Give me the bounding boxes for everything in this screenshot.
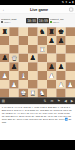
- black-rook-piece: ♜: [49, 28, 55, 35]
- black-pawn-piece: ♟: [58, 63, 64, 70]
- board-square[interactable]: [56, 71, 65, 80]
- move-token[interactable]: Bxe7: [43, 118, 48, 121]
- board-square[interactable]: ♟: [56, 62, 65, 71]
- board-square[interactable]: [66, 45, 75, 54]
- white-rook-piece: ♜: [39, 46, 45, 53]
- board-square[interactable]: ♜: [0, 27, 9, 36]
- board-square[interactable]: [56, 54, 65, 63]
- player-right-rating: (2397): [53, 21, 60, 23]
- app-screen: ⇅▼▲▮ ← Live game Muscovit_Nast (2134) 10…: [0, 0, 75, 150]
- board-square[interactable]: ♟: [56, 36, 65, 45]
- board-square[interactable]: [47, 80, 56, 89]
- board-square[interactable]: [28, 36, 37, 45]
- bottom-nav-bar: [0, 140, 75, 150]
- black-knight-piece: ♞: [39, 28, 45, 35]
- board-square[interactable]: [37, 71, 46, 80]
- board-square[interactable]: ♟: [0, 54, 9, 63]
- board-square[interactable]: [0, 89, 9, 98]
- board-square[interactable]: [28, 62, 37, 71]
- move-token[interactable]: Rxe6: [17, 118, 22, 121]
- board-square[interactable]: [0, 80, 9, 89]
- move-token[interactable]: Rxe7: [59, 118, 64, 121]
- move-token[interactable]: Re8: [29, 118, 33, 121]
- board-square[interactable]: [66, 27, 75, 36]
- menu-icon[interactable]: ▤: [2, 99, 5, 102]
- board-square[interactable]: ♟: [47, 71, 56, 80]
- clock-right: 10:59: [38, 18, 49, 23]
- player-left-name: Muscovit_Nast: [1, 18, 25, 20]
- signal-icon: ▲: [69, 1, 72, 4]
- white-queen-piece: ♛: [11, 55, 17, 62]
- board-square[interactable]: ♞: [37, 89, 46, 98]
- clock-left: 10:55: [26, 18, 37, 23]
- black-pawn-piece: ♟: [49, 37, 55, 44]
- player-bar: Muscovit_Nast (2134) 10:55 10:59 eldarov…: [0, 14, 75, 27]
- board-square[interactable]: [9, 27, 18, 36]
- board-square[interactable]: ♟: [28, 54, 37, 63]
- black-pawn-piece: ♟: [2, 55, 8, 62]
- board-square[interactable]: ♟: [66, 80, 75, 89]
- move-token[interactable]: 27.: [55, 118, 58, 121]
- white-pawn-piece: ♟: [67, 81, 73, 88]
- current-move-token[interactable]: f5: [65, 118, 68, 121]
- flip-board-icon[interactable]: ⇅: [44, 99, 47, 102]
- move-token[interactable]: 26.: [39, 118, 42, 121]
- white-pawn-piece: ♟: [11, 81, 17, 88]
- move-token[interactable]: 24.: [13, 118, 16, 121]
- board-square[interactable]: ♚: [56, 27, 65, 36]
- board-square[interactable]: [9, 45, 18, 54]
- board-square[interactable]: [0, 45, 9, 54]
- white-pawn-piece: ♟: [49, 72, 55, 79]
- board-square[interactable]: [9, 36, 18, 45]
- board-square[interactable]: ♚: [19, 89, 28, 98]
- board-square[interactable]: [66, 89, 75, 98]
- board-square[interactable]: ♟: [56, 80, 65, 89]
- board-square[interactable]: [28, 45, 37, 54]
- back-button[interactable]: ←: [2, 7, 9, 12]
- board-square[interactable]: ♞: [37, 27, 46, 36]
- battery-icon: ▮: [72, 1, 73, 4]
- board-square[interactable]: ♛: [9, 54, 18, 63]
- board-square[interactable]: [19, 45, 28, 54]
- back-move-icon[interactable]: ◀: [64, 99, 67, 102]
- move-token[interactable]: 25.: [25, 118, 28, 121]
- move-token[interactable]: Qb5: [2, 121, 6, 124]
- board-square[interactable]: [66, 54, 75, 63]
- white-bishop-piece: ♝: [20, 72, 26, 79]
- analysis-board-icon[interactable]: [69, 7, 73, 11]
- move-token[interactable]: 28.: [68, 118, 71, 121]
- move-token[interactable]: Ne7: [34, 118, 38, 121]
- board-square[interactable]: [66, 36, 75, 45]
- board-square[interactable]: [47, 89, 56, 98]
- board-square[interactable]: ♝: [19, 71, 28, 80]
- wifi-icon: ▼: [65, 1, 68, 4]
- board-square[interactable]: [28, 27, 37, 36]
- black-pawn-piece: ♟: [30, 55, 36, 62]
- board-square[interactable]: [37, 62, 46, 71]
- forward-move-icon[interactable]: ▶: [71, 99, 74, 102]
- board-square[interactable]: [19, 62, 28, 71]
- board-square[interactable]: ♟: [9, 80, 18, 89]
- board-square[interactable]: [0, 36, 9, 45]
- board-square[interactable]: [19, 27, 28, 36]
- black-king-piece: ♚: [58, 28, 64, 35]
- board-square[interactable]: [28, 71, 37, 80]
- black-pawn-piece: ♟: [49, 63, 55, 70]
- flag-icon[interactable]: ⚑: [57, 99, 60, 102]
- board-square[interactable]: ♟: [0, 71, 9, 80]
- player-right[interactable]: eldarovit_Jha (2397): [50, 18, 74, 23]
- board-square[interactable]: [0, 62, 9, 71]
- app-bar: ← Live game: [0, 5, 75, 14]
- board-square[interactable]: ♜: [47, 27, 56, 36]
- player-right-name: eldarovit_Jha: [50, 18, 64, 20]
- board-square[interactable]: ♜: [37, 45, 46, 54]
- white-king-piece: ♚: [20, 90, 26, 97]
- board-square[interactable]: [37, 54, 46, 63]
- board-square[interactable]: [19, 80, 28, 89]
- board-square[interactable]: [66, 62, 75, 71]
- board-square[interactable]: [47, 45, 56, 54]
- board-square[interactable]: ♟: [47, 36, 56, 45]
- board-square[interactable]: ♟: [47, 62, 56, 71]
- move-token[interactable]: Bxe7: [49, 118, 54, 121]
- black-pawn-piece: ♟: [11, 63, 17, 70]
- player-left[interactable]: Muscovit_Nast (2134): [1, 18, 25, 23]
- move-list[interactable]: 1.d4Nf62.c4e63.Nc3d54.cxd5exd55.Bg5Bb46.…: [0, 104, 75, 140]
- board-square[interactable]: [9, 89, 18, 98]
- player-left-rating: (2134): [4, 21, 11, 23]
- board-square[interactable]: [56, 89, 65, 98]
- white-knight-piece: ♞: [39, 90, 45, 97]
- board-square[interactable]: ♟: [9, 62, 18, 71]
- board-square[interactable]: [37, 36, 46, 45]
- board-square[interactable]: [56, 45, 65, 54]
- board-square[interactable]: [19, 54, 28, 63]
- board-square[interactable]: [66, 71, 75, 80]
- chat-icon[interactable]: ✉: [50, 99, 53, 102]
- page-title: Live game: [9, 7, 70, 11]
- board-square[interactable]: [37, 80, 46, 89]
- black-rook-piece: ♜: [2, 28, 8, 35]
- sync-icon: ⇅: [62, 1, 64, 4]
- board-square[interactable]: [19, 36, 28, 45]
- white-rook-piece: ♜: [30, 90, 36, 97]
- clocks: 10:55 10:59: [26, 18, 49, 23]
- move-token[interactable]: Bd6: [8, 118, 12, 121]
- white-pawn-piece: ♟: [2, 72, 8, 79]
- white-pawn-piece: ♟: [58, 81, 64, 88]
- black-pawn-piece: ♟: [58, 37, 64, 44]
- game-toolbar: ▤⇅✉⚑◀▶: [0, 97, 75, 104]
- board-square[interactable]: [47, 54, 56, 63]
- board-square[interactable]: ♜: [28, 89, 37, 98]
- board-square[interactable]: [9, 71, 18, 80]
- chess-board: ♜♞♜♚♟♟♜♟♛♟♟♟♟♟♝♟♟♟♟♚♜♞: [0, 27, 75, 97]
- board-square[interactable]: [28, 80, 37, 89]
